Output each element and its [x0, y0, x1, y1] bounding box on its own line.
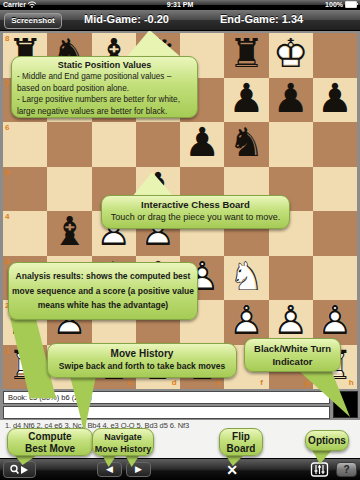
square-h6[interactable] [313, 122, 357, 167]
square-f7[interactable]: ♟ [224, 78, 268, 123]
callout-title: Static Position Values [12, 60, 197, 71]
clock-label: 9:31 PM [0, 1, 360, 8]
square-e6[interactable]: ♟ [180, 122, 224, 167]
callout-body-line: Best Move [8, 443, 92, 455]
help-button[interactable]: ? [336, 462, 357, 477]
callout-compute-best-move: Compute Best Move [7, 428, 93, 456]
callout-body-line: means white has the advantage) [9, 298, 197, 313]
rank-label-7: 7 [5, 79, 9, 88]
options-button[interactable] [308, 462, 331, 477]
compute-best-move-button[interactable] [3, 461, 36, 478]
end-game-score-label: End-Game: 1.34 [220, 13, 303, 25]
callout-analysis-results: Analysis results: shows the computed bes… [8, 262, 198, 320]
callout-body-line: Compute [8, 431, 92, 443]
square-a4[interactable] [3, 211, 47, 256]
status-bar: Carrier 9:31 PM 100% [0, 0, 360, 10]
square-f8[interactable]: ♜ [224, 33, 268, 78]
battery-percent-label: 100% [325, 1, 343, 8]
square-g7[interactable]: ♟ [269, 78, 313, 123]
chess-app-screen: Carrier 9:31 PM 100% Screenshot Mid-Game… [0, 0, 360, 480]
piece-black-bishop-b4[interactable]: ♝ [47, 211, 91, 256]
back-arrow-icon: ◀ [106, 465, 113, 474]
callout-options: Options [305, 430, 349, 451]
square-g3[interactable] [269, 256, 313, 301]
square-f3[interactable]: ♞♘ [224, 256, 268, 301]
piece-black-pawn-g7[interactable]: ♟ [269, 78, 313, 123]
callout-turn-indicator: Black/White Turn Indicator [244, 338, 341, 372]
callout-interactive-board: Interactive Chess Board Touch or drag th… [101, 195, 290, 229]
callout-body-line: Options [306, 434, 348, 447]
square-b5[interactable] [47, 167, 91, 212]
square-d6[interactable] [136, 122, 180, 167]
square-b4[interactable]: ♝ [47, 211, 91, 256]
mid-game-score-label: Mid-Game: -0.20 [84, 13, 169, 25]
callout-body-line: large negative values are better for bla… [12, 106, 197, 118]
rank-label-6: 6 [5, 123, 9, 132]
square-h5[interactable] [313, 167, 357, 212]
square-c6[interactable] [92, 122, 136, 167]
magnifier-play-icon [9, 464, 31, 476]
piece-black-king-g8[interactable]: ♚♔ [269, 33, 313, 78]
square-h8[interactable] [313, 33, 357, 78]
callout-body-line: move sequence and a score (a positive va… [9, 284, 197, 299]
piece-black-pawn-e6[interactable]: ♟ [180, 122, 224, 167]
callout-move-history: Move History Swipe back and forth to tak… [47, 343, 237, 378]
callout-body-line: - Middle and End game positional values … [12, 71, 197, 83]
piece-black-rook-f8[interactable]: ♜ [224, 33, 268, 78]
square-a5[interactable] [3, 167, 47, 212]
square-a6[interactable] [3, 122, 47, 167]
history-forward-button[interactable]: ▶ [126, 462, 151, 477]
rank-label-5: 5 [5, 168, 9, 177]
square-h3[interactable] [313, 256, 357, 301]
square-g8[interactable]: ♚♔ [269, 33, 313, 78]
square-b6[interactable] [47, 122, 91, 167]
forward-arrow-icon: ▶ [135, 465, 142, 474]
callout-title: Interactive Chess Board [102, 199, 289, 211]
callout-body-line: Analysis results: shows the computed bes… [9, 269, 197, 284]
callout-body-line: Indicator [245, 355, 340, 368]
callout-body-line: Board [220, 443, 262, 455]
callout-navigate-move-history: Navigate Move History [92, 428, 154, 456]
piece-white-knight-f3[interactable]: ♞♘ [224, 256, 268, 301]
rank-label-4: 4 [5, 212, 9, 221]
callout-body-line: based on board position alone. [12, 83, 197, 95]
square-g6[interactable] [269, 122, 313, 167]
piece-black-pawn-h7[interactable]: ♟ [313, 78, 357, 123]
rank-label-8: 8 [5, 34, 9, 43]
callout-body-line: Swipe back and forth to take back moves [48, 360, 236, 372]
battery-icon [345, 1, 357, 8]
file-label-h: h [349, 378, 354, 387]
callout-body-line: Move History [93, 443, 153, 455]
square-f6[interactable]: ♞ [224, 122, 268, 167]
rank-label-1: 1 [5, 346, 9, 355]
piece-black-pawn-f7[interactable]: ♟ [224, 78, 268, 123]
file-label-c: c [128, 378, 132, 387]
engine-analysis-bar[interactable] [3, 406, 330, 419]
callout-body-line: Touch or drag the piece you want to move… [102, 211, 289, 223]
square-h7[interactable]: ♟ [313, 78, 357, 123]
callout-body-line: - Large positive numbers are better for … [12, 94, 197, 106]
file-label-d: d [172, 378, 177, 387]
callout-title: Move History [48, 347, 236, 360]
sliders-icon [308, 462, 331, 477]
square-h4[interactable] [313, 211, 357, 256]
callout-body-line: Flip [220, 431, 262, 443]
callout-flip-board: Flip Board [219, 428, 263, 456]
callout-body-line: Black/White Turn [245, 342, 340, 355]
screenshot-button[interactable]: Screenshot [4, 13, 62, 29]
rank-label-3: 3 [5, 257, 9, 266]
callout-static-position-values: Static Position Values - Middle and End … [11, 56, 198, 118]
toolbar: ◀ ▶ ✕ ? [0, 458, 360, 480]
callout-body-line: Navigate [93, 431, 153, 443]
navbar: Screenshot Mid-Game: -0.20 End-Game: 1.3… [0, 10, 360, 31]
file-label-f: f [260, 378, 263, 387]
piece-black-knight-f6[interactable]: ♞ [224, 122, 268, 167]
file-label-e: e [216, 378, 220, 387]
